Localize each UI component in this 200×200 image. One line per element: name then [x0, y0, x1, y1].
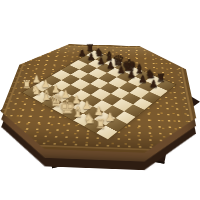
square-d5[interactable]	[90, 78, 109, 88]
piece-black-pawn[interactable]: ♟	[144, 74, 164, 94]
chess-set-photo: ♜♞♝♛♚♝♞♜♟♟♟♟♟♟♟♟♟♟♟♟♟♟♟♟♜♞♝♛♚♝♞♜	[0, 0, 200, 200]
board-perspective-wrapper: ♜♞♝♛♚♝♞♜♟♟♟♟♟♟♟♟♟♟♟♟♟♟♟♟♜♞♝♛♚♝♞♜	[0, 0, 200, 200]
piece-white-rook[interactable]: ♜	[89, 113, 112, 136]
chess-board: ♜♞♝♛♚♝♞♜♟♟♟♟♟♟♟♟♟♟♟♟♟♟♟♟♜♞♝♛♚♝♞♜	[0, 43, 200, 155]
